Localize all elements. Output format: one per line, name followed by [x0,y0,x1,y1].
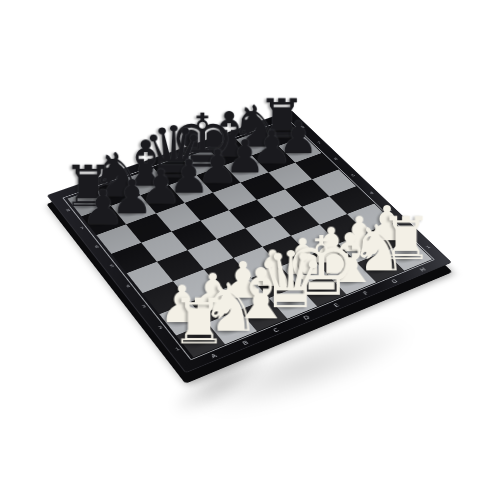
rank-label-left-4: 4 [125,283,131,288]
rank-label-left-5: 5 [109,264,115,269]
chess-board: ABCDEFGH1122334455667788 ♜♞♝♚♛♝♞♜♟♟♟♟♟♟♟… [47,110,453,373]
file-label-d: D [302,314,311,321]
file-label-b: B [241,340,250,347]
rank-label-left-1: 1 [174,347,180,352]
square-a6[interactable] [96,224,141,254]
file-label-h: H [418,266,427,272]
file-label-c: C [272,327,281,334]
rank-label-left-7: 7 [79,226,84,230]
rank-label-right-5: 5 [350,173,356,177]
rank-label-right-6: 6 [333,157,339,161]
file-label-g: G [390,278,399,285]
file-label-f: F [362,290,370,296]
square-a5[interactable] [111,243,157,274]
square-b5[interactable] [141,232,187,262]
rank-label-left-6: 6 [94,244,100,248]
file-label-a: A [210,353,219,360]
file-label-e: E [332,302,340,309]
product-photo-scene: ABCDEFGH1122334455667788 ♜♞♝♚♛♝♞♜♟♟♟♟♟♟♟… [0,0,500,500]
